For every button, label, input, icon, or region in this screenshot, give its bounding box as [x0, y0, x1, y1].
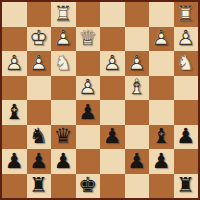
- square-h4[interactable]: [174, 100, 199, 125]
- square-f4[interactable]: [125, 100, 150, 125]
- square-e4[interactable]: [100, 100, 125, 125]
- square-d1[interactable]: ♚: [76, 174, 101, 199]
- square-a4[interactable]: ♝: [2, 100, 27, 125]
- piece-white-king: ♚♔: [27, 27, 52, 52]
- square-b5[interactable]: [27, 76, 52, 101]
- square-b4[interactable]: [27, 100, 52, 125]
- square-c5[interactable]: [51, 76, 76, 101]
- square-f7[interactable]: [125, 27, 150, 52]
- piece-white-queen: ♛♕: [76, 27, 101, 52]
- square-g2[interactable]: ♟: [149, 149, 174, 174]
- piece-black-pawn: ♟: [125, 149, 150, 174]
- piece-white-bishop: ♝♗: [125, 76, 150, 101]
- square-c7[interactable]: ♟♙: [51, 27, 76, 52]
- square-c8[interactable]: ♜♖: [51, 2, 76, 27]
- square-h2[interactable]: [174, 149, 199, 174]
- piece-black-queen: ♛: [51, 125, 76, 150]
- piece-black-bishop: ♝: [2, 100, 27, 125]
- square-f6[interactable]: ♟♙: [125, 51, 150, 76]
- square-b3[interactable]: ♞: [27, 125, 52, 150]
- piece-black-rook: ♜: [27, 174, 52, 199]
- square-b7[interactable]: ♚♔: [27, 27, 52, 52]
- square-a3[interactable]: [2, 125, 27, 150]
- piece-black-pawn: ♟: [100, 125, 125, 150]
- piece-black-pawn: ♟: [51, 149, 76, 174]
- square-e3[interactable]: ♟: [100, 125, 125, 150]
- piece-white-rook: ♜♖: [174, 2, 199, 27]
- square-g1[interactable]: [149, 174, 174, 199]
- square-e7[interactable]: [100, 27, 125, 52]
- square-h8[interactable]: ♜♖: [174, 2, 199, 27]
- square-e2[interactable]: [100, 149, 125, 174]
- square-a7[interactable]: [2, 27, 27, 52]
- piece-black-pawn: ♟: [149, 149, 174, 174]
- square-e5[interactable]: [100, 76, 125, 101]
- square-f3[interactable]: [125, 125, 150, 150]
- square-a5[interactable]: [2, 76, 27, 101]
- square-h7[interactable]: ♟♙: [174, 27, 199, 52]
- piece-black-pawn: ♟: [174, 125, 199, 150]
- square-d3[interactable]: [76, 125, 101, 150]
- piece-white-pawn: ♟♙: [27, 51, 52, 76]
- square-f5[interactable]: ♝♗: [125, 76, 150, 101]
- piece-black-king: ♚: [76, 174, 101, 199]
- square-g5[interactable]: [149, 76, 174, 101]
- square-e1[interactable]: [100, 174, 125, 199]
- square-b1[interactable]: ♜: [27, 174, 52, 199]
- square-a1[interactable]: [2, 174, 27, 199]
- piece-black-rook: ♜: [174, 174, 199, 199]
- square-d4[interactable]: ♟: [76, 100, 101, 125]
- square-c1[interactable]: [51, 174, 76, 199]
- square-e8[interactable]: [100, 2, 125, 27]
- square-h1[interactable]: ♜: [174, 174, 199, 199]
- piece-white-rook: ♜♖: [51, 2, 76, 27]
- chess-board: ♜♖♜♖♚♔♟♙♛♕♟♙♟♙♟♙♟♙♞♘♟♙♟♙♞♘♟♙♝♗♝♟♞♛♟♝♟♟♟♟…: [0, 0, 200, 200]
- square-f1[interactable]: [125, 174, 150, 199]
- square-g7[interactable]: ♟♙: [149, 27, 174, 52]
- square-d7[interactable]: ♛♕: [76, 27, 101, 52]
- piece-white-pawn: ♟♙: [125, 51, 150, 76]
- square-e6[interactable]: ♟♙: [100, 51, 125, 76]
- square-h3[interactable]: ♟: [174, 125, 199, 150]
- square-g3[interactable]: ♝: [149, 125, 174, 150]
- square-a2[interactable]: ♟: [2, 149, 27, 174]
- square-f2[interactable]: ♟: [125, 149, 150, 174]
- square-d6[interactable]: [76, 51, 101, 76]
- square-g8[interactable]: [149, 2, 174, 27]
- piece-black-pawn: ♟: [76, 100, 101, 125]
- square-g6[interactable]: [149, 51, 174, 76]
- square-a8[interactable]: [2, 2, 27, 27]
- square-h6[interactable]: ♞♘: [174, 51, 199, 76]
- piece-white-pawn: ♟♙: [174, 27, 199, 52]
- square-d5[interactable]: ♟♙: [76, 76, 101, 101]
- square-c3[interactable]: ♛: [51, 125, 76, 150]
- square-h5[interactable]: [174, 76, 199, 101]
- square-g4[interactable]: [149, 100, 174, 125]
- piece-white-pawn: ♟♙: [2, 51, 27, 76]
- piece-black-knight: ♞: [27, 125, 52, 150]
- square-a6[interactable]: ♟♙: [2, 51, 27, 76]
- piece-white-knight: ♞♘: [51, 51, 76, 76]
- piece-white-pawn: ♟♙: [51, 27, 76, 52]
- square-f8[interactable]: [125, 2, 150, 27]
- square-b8[interactable]: [27, 2, 52, 27]
- piece-white-pawn: ♟♙: [76, 76, 101, 101]
- square-d8[interactable]: [76, 2, 101, 27]
- square-c6[interactable]: ♞♘: [51, 51, 76, 76]
- square-b2[interactable]: ♟: [27, 149, 52, 174]
- piece-black-pawn: ♟: [2, 149, 27, 174]
- square-b6[interactable]: ♟♙: [27, 51, 52, 76]
- piece-black-bishop: ♝: [149, 125, 174, 150]
- piece-black-pawn: ♟: [27, 149, 52, 174]
- square-c4[interactable]: [51, 100, 76, 125]
- piece-white-pawn: ♟♙: [149, 27, 174, 52]
- piece-white-pawn: ♟♙: [100, 51, 125, 76]
- piece-white-knight: ♞♘: [174, 51, 199, 76]
- square-d2[interactable]: [76, 149, 101, 174]
- square-c2[interactable]: ♟: [51, 149, 76, 174]
